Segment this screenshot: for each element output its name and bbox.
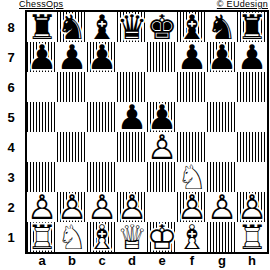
piece-glyph-layer: ♟	[87, 42, 117, 72]
piece-glyph-layer: ♛	[117, 12, 147, 42]
piece-glyph-layer: ♞	[177, 162, 207, 192]
app-title-link[interactable]: ChessOps	[19, 0, 63, 9]
piece-glyph-layer: ♟	[237, 192, 267, 222]
square-c6[interactable]	[87, 72, 117, 102]
square-f4[interactable]	[177, 132, 207, 162]
white-pawn[interactable]: ♟♟♙	[207, 192, 237, 222]
file-label-c: c	[87, 252, 117, 268]
piece-glyph-layer: ♙	[27, 192, 57, 222]
piece-glyph-layer: ♝	[87, 222, 117, 252]
black-pawn[interactable]: ♟♟	[177, 42, 207, 72]
piece-glyph-layer: ♟	[27, 42, 57, 72]
file-label-a: a	[27, 252, 57, 268]
square-b5[interactable]	[57, 102, 87, 132]
black-bishop[interactable]: ♝♝	[87, 12, 117, 42]
piece-glyph-layer: ♛	[117, 222, 147, 252]
white-queen[interactable]: ♛♛♕	[117, 222, 147, 252]
square-a7[interactable]: ♟♟	[27, 42, 57, 72]
square-c7[interactable]: ♟♟	[87, 42, 117, 72]
rank-label-6: 6	[0, 72, 22, 102]
piece-glyph-layer: ♙	[87, 192, 117, 222]
square-g8[interactable]: ♞♞	[207, 12, 237, 42]
white-bishop[interactable]: ♝♝♗	[177, 222, 207, 252]
square-b4[interactable]	[57, 132, 87, 162]
square-h5[interactable]	[237, 102, 267, 132]
black-pawn[interactable]: ♟♟	[147, 102, 177, 132]
rank-label-5: 5	[0, 102, 22, 132]
piece-glyph-layer: ♝	[87, 222, 117, 252]
square-a4[interactable]	[27, 132, 57, 162]
square-h7[interactable]: ♟♟	[237, 42, 267, 72]
black-pawn[interactable]: ♟♟	[27, 42, 57, 72]
piece-glyph-layer: ♟	[117, 192, 147, 222]
piece-glyph-layer: ♟	[57, 192, 87, 222]
file-label-b: b	[57, 252, 87, 268]
piece-glyph-layer: ♚	[147, 12, 177, 42]
black-king[interactable]: ♚♚	[147, 12, 177, 42]
rank-label-8: 8	[0, 12, 22, 42]
square-e4[interactable]: ♟♟♙	[147, 132, 177, 162]
piece-glyph-layer: ♞	[207, 12, 237, 42]
square-c5[interactable]	[87, 102, 117, 132]
square-e1[interactable]: ♚♚♔	[147, 222, 177, 252]
piece-glyph-layer: ♗	[87, 222, 117, 252]
piece-glyph-layer: ♟	[207, 192, 237, 222]
piece-glyph-layer: ♝	[177, 12, 207, 42]
piece-glyph-layer: ♟	[27, 192, 57, 222]
piece-glyph-layer: ♕	[117, 222, 147, 252]
piece-glyph-layer: ♟	[237, 192, 267, 222]
square-e7[interactable]	[147, 42, 177, 72]
square-b6[interactable]	[57, 72, 87, 102]
square-h6[interactable]	[237, 72, 267, 102]
square-f8[interactable]: ♝♝	[177, 12, 207, 42]
rank-label-1: 1	[0, 222, 22, 252]
square-h2[interactable]: ♟♟♙	[237, 192, 267, 222]
square-g1[interactable]	[207, 222, 237, 252]
piece-glyph-layer: ♚	[147, 222, 177, 252]
piece-glyph-layer: ♙	[177, 192, 207, 222]
piece-glyph-layer: ♜	[237, 222, 267, 252]
square-a8[interactable]: ♜♜	[27, 12, 57, 42]
square-c1[interactable]: ♝♝♗	[87, 222, 117, 252]
square-a6[interactable]	[27, 72, 57, 102]
piece-glyph-layer: ♟	[207, 42, 237, 72]
square-c4[interactable]	[87, 132, 117, 162]
black-bishop[interactable]: ♝♝	[177, 12, 207, 42]
square-e5[interactable]: ♟♟	[147, 102, 177, 132]
piece-glyph-layer: ♜	[237, 12, 267, 42]
white-knight[interactable]: ♞♞♘	[57, 222, 87, 252]
square-h8[interactable]: ♜♜	[237, 12, 267, 42]
square-f1[interactable]: ♝♝♗	[177, 222, 207, 252]
piece-glyph-layer: ♟	[207, 192, 237, 222]
piece-glyph-layer: ♜	[27, 12, 57, 42]
black-knight[interactable]: ♞♞	[57, 12, 87, 42]
piece-glyph-layer: ♝	[177, 12, 207, 42]
piece-glyph-layer: ♟	[177, 42, 207, 72]
piece-glyph-layer: ♖	[27, 222, 57, 252]
copyright-link[interactable]: © EUdesign	[217, 0, 268, 9]
piece-glyph-layer: ♞	[177, 162, 207, 192]
piece-glyph-layer: ♟	[87, 192, 117, 222]
square-h1[interactable]: ♜♜♖	[237, 222, 267, 252]
square-f5[interactable]	[177, 102, 207, 132]
piece-glyph-layer: ♟	[207, 42, 237, 72]
white-bishop[interactable]: ♝♝♗	[87, 222, 117, 252]
piece-glyph-layer: ♟	[87, 42, 117, 72]
black-rook[interactable]: ♜♜	[237, 12, 267, 42]
white-pawn[interactable]: ♟♟♙	[237, 192, 267, 222]
black-pawn[interactable]: ♟♟	[237, 42, 267, 72]
square-d2[interactable]: ♟♟♙	[117, 192, 147, 222]
rank-label-7: 7	[0, 42, 22, 72]
piece-glyph-layer: ♟	[237, 42, 267, 72]
white-rook[interactable]: ♜♜♖	[237, 222, 267, 252]
square-a3[interactable]	[27, 162, 57, 192]
square-d7[interactable]	[117, 42, 147, 72]
piece-glyph-layer: ♞	[57, 12, 87, 42]
black-queen[interactable]: ♛♛	[117, 12, 147, 42]
piece-glyph-layer: ♝	[87, 12, 117, 42]
piece-glyph-layer: ♟	[237, 42, 267, 72]
square-d5[interactable]: ♟♟	[117, 102, 147, 132]
file-label-f: f	[177, 252, 207, 268]
square-c2[interactable]: ♟♟♙	[87, 192, 117, 222]
square-b2[interactable]: ♟♟♙	[57, 192, 87, 222]
square-d1[interactable]: ♛♛♕	[117, 222, 147, 252]
white-pawn[interactable]: ♟♟♙	[87, 192, 117, 222]
piece-glyph-layer: ♙	[237, 192, 267, 222]
black-pawn[interactable]: ♟♟	[207, 42, 237, 72]
white-pawn[interactable]: ♟♟♙	[57, 192, 87, 222]
piece-glyph-layer: ♙	[57, 192, 87, 222]
piece-glyph-layer: ♟	[147, 102, 177, 132]
piece-glyph-layer: ♟	[177, 192, 207, 222]
piece-glyph-layer: ♝	[177, 222, 207, 252]
piece-glyph-layer: ♟	[57, 192, 87, 222]
piece-glyph-layer: ♟	[87, 192, 117, 222]
square-e8[interactable]: ♚♚	[147, 12, 177, 42]
piece-glyph-layer: ♟	[57, 42, 87, 72]
square-f6[interactable]	[177, 72, 207, 102]
square-c3[interactable]	[87, 162, 117, 192]
square-c8[interactable]: ♝♝	[87, 12, 117, 42]
piece-glyph-layer: ♙	[207, 192, 237, 222]
white-knight[interactable]: ♞♞♘	[177, 162, 207, 192]
black-pawn[interactable]: ♟♟	[117, 102, 147, 132]
file-label-d: d	[117, 252, 147, 268]
piece-glyph-layer: ♛	[117, 12, 147, 42]
piece-glyph-layer: ♘	[57, 222, 87, 252]
piece-glyph-layer: ♛	[117, 222, 147, 252]
square-h3[interactable]	[237, 162, 267, 192]
square-g3[interactable]	[207, 162, 237, 192]
square-f7[interactable]: ♟♟	[177, 42, 207, 72]
rank-label-4: 4	[0, 132, 22, 162]
square-a1[interactable]: ♜♜♖	[27, 222, 57, 252]
white-pawn[interactable]: ♟♟♙	[147, 132, 177, 162]
piece-glyph-layer: ♜	[27, 12, 57, 42]
piece-glyph-layer: ♜	[237, 222, 267, 252]
piece-glyph-layer: ♟	[117, 192, 147, 222]
rank-labels: 87654321	[0, 12, 22, 252]
square-b1[interactable]: ♞♞♘	[57, 222, 87, 252]
black-pawn[interactable]: ♟♟	[87, 42, 117, 72]
square-h4[interactable]	[237, 132, 267, 162]
piece-glyph-layer: ♜	[27, 222, 57, 252]
white-pawn[interactable]: ♟♟♙	[27, 192, 57, 222]
square-d3[interactable]	[117, 162, 147, 192]
file-label-g: g	[207, 252, 237, 268]
square-g5[interactable]	[207, 102, 237, 132]
rank-label-2: 2	[0, 192, 22, 222]
square-b8[interactable]: ♞♞	[57, 12, 87, 42]
square-g7[interactable]: ♟♟	[207, 42, 237, 72]
square-e2[interactable]	[147, 192, 177, 222]
square-f2[interactable]: ♟♟♙	[177, 192, 207, 222]
piece-glyph-layer: ♚	[147, 12, 177, 42]
piece-glyph-layer: ♟	[57, 42, 87, 72]
piece-glyph-layer: ♔	[147, 222, 177, 252]
square-b7[interactable]: ♟♟	[57, 42, 87, 72]
piece-glyph-layer: ♜	[237, 12, 267, 42]
square-e3[interactable]	[147, 162, 177, 192]
piece-glyph-layer: ♚	[147, 222, 177, 252]
black-pawn[interactable]: ♟♟	[57, 42, 87, 72]
white-rook[interactable]: ♜♜♖	[27, 222, 57, 252]
square-g4[interactable]	[207, 132, 237, 162]
piece-glyph-layer: ♟	[117, 102, 147, 132]
piece-glyph-layer: ♞	[57, 12, 87, 42]
piece-glyph-layer: ♗	[177, 222, 207, 252]
white-pawn[interactable]: ♟♟♙	[117, 192, 147, 222]
piece-glyph-layer: ♜	[27, 222, 57, 252]
black-rook[interactable]: ♜♜	[27, 12, 57, 42]
piece-glyph-layer: ♟	[147, 132, 177, 162]
white-pawn[interactable]: ♟♟♙	[177, 192, 207, 222]
file-label-e: e	[147, 252, 177, 268]
piece-glyph-layer: ♝	[87, 12, 117, 42]
piece-glyph-layer: ♟	[177, 42, 207, 72]
piece-glyph-layer: ♞	[57, 222, 87, 252]
piece-glyph-layer: ♘	[177, 162, 207, 192]
file-label-h: h	[237, 252, 267, 268]
square-a2[interactable]: ♟♟♙	[27, 192, 57, 222]
file-labels: abcdefgh	[27, 252, 267, 268]
square-d4[interactable]	[117, 132, 147, 162]
square-e6[interactable]	[147, 72, 177, 102]
piece-glyph-layer: ♞	[207, 12, 237, 42]
square-f3[interactable]: ♞♞♘	[177, 162, 207, 192]
square-g2[interactable]: ♟♟♙	[207, 192, 237, 222]
piece-glyph-layer: ♖	[237, 222, 267, 252]
piece-glyph-layer: ♙	[147, 132, 177, 162]
piece-glyph-layer: ♟	[27, 192, 57, 222]
piece-glyph-layer: ♟	[27, 42, 57, 72]
square-d6[interactable]	[117, 72, 147, 102]
piece-glyph-layer: ♟	[147, 132, 177, 162]
piece-glyph-layer: ♞	[57, 222, 87, 252]
piece-glyph-layer: ♟	[177, 192, 207, 222]
rank-label-3: 3	[0, 162, 22, 192]
square-b3[interactable]	[57, 162, 87, 192]
square-d8[interactable]: ♛♛	[117, 12, 147, 42]
piece-glyph-layer: ♝	[177, 222, 207, 252]
white-king[interactable]: ♚♚♔	[147, 222, 177, 252]
square-a5[interactable]	[27, 102, 57, 132]
piece-glyph-layer: ♙	[117, 192, 147, 222]
chess-diagram: ChessOps © EUdesign 87654321 ♜♜♞♞♝♝♛♛♚♚♝…	[0, 0, 270, 270]
piece-glyph-layer: ♟	[147, 102, 177, 132]
chess-board: ♜♜♞♞♝♝♛♛♚♚♝♝♞♞♜♜♟♟♟♟♟♟♟♟♟♟♟♟♟♟♟♟♟♟♙♞♞♘♟♟…	[25, 10, 269, 254]
piece-glyph-layer: ♟	[117, 102, 147, 132]
black-knight[interactable]: ♞♞	[207, 12, 237, 42]
square-g6[interactable]	[207, 72, 237, 102]
